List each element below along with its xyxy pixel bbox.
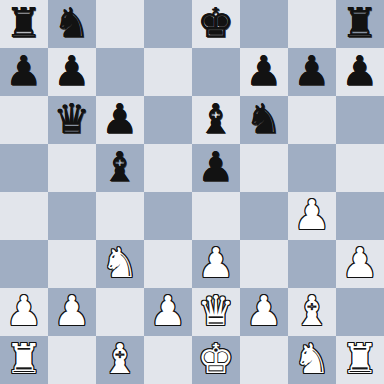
square-c6[interactable]: ♟: [96, 96, 144, 144]
square-g6[interactable]: [288, 96, 336, 144]
square-c2[interactable]: [96, 288, 144, 336]
square-b1[interactable]: [48, 336, 96, 384]
white-pawn[interactable]: ♟: [6, 288, 43, 335]
black-bishop[interactable]: ♝: [102, 144, 139, 191]
square-a3[interactable]: [0, 240, 48, 288]
white-pawn[interactable]: ♟: [54, 288, 91, 335]
square-a6[interactable]: [0, 96, 48, 144]
square-a8[interactable]: ♜: [0, 0, 48, 48]
black-knight[interactable]: ♞: [54, 0, 91, 47]
square-h6[interactable]: [336, 96, 384, 144]
square-e8[interactable]: ♚: [192, 0, 240, 48]
square-c8[interactable]: [96, 0, 144, 48]
square-a1[interactable]: ♜: [0, 336, 48, 384]
black-pawn[interactable]: ♟: [102, 96, 139, 143]
white-rook[interactable]: ♜: [6, 336, 43, 383]
square-d8[interactable]: [144, 0, 192, 48]
white-pawn[interactable]: ♟: [150, 288, 187, 335]
square-d7[interactable]: [144, 48, 192, 96]
square-e1[interactable]: ♚: [192, 336, 240, 384]
square-h5[interactable]: [336, 144, 384, 192]
black-rook[interactable]: ♜: [6, 0, 43, 47]
square-g2[interactable]: ♝: [288, 288, 336, 336]
black-pawn[interactable]: ♟: [246, 48, 283, 95]
black-pawn[interactable]: ♟: [54, 48, 91, 95]
square-f5[interactable]: [240, 144, 288, 192]
square-e7[interactable]: [192, 48, 240, 96]
white-bishop[interactable]: ♝: [102, 336, 139, 383]
black-knight[interactable]: ♞: [246, 96, 283, 143]
square-d6[interactable]: [144, 96, 192, 144]
square-d2[interactable]: ♟: [144, 288, 192, 336]
black-pawn[interactable]: ♟: [294, 48, 331, 95]
square-e3[interactable]: ♟: [192, 240, 240, 288]
white-knight[interactable]: ♞: [102, 240, 139, 287]
square-g5[interactable]: [288, 144, 336, 192]
square-d5[interactable]: [144, 144, 192, 192]
square-b3[interactable]: [48, 240, 96, 288]
square-g3[interactable]: [288, 240, 336, 288]
black-bishop[interactable]: ♝: [198, 96, 235, 143]
square-b4[interactable]: [48, 192, 96, 240]
square-c5[interactable]: ♝: [96, 144, 144, 192]
black-pawn[interactable]: ♟: [6, 48, 43, 95]
square-f8[interactable]: [240, 0, 288, 48]
square-f1[interactable]: [240, 336, 288, 384]
square-f2[interactable]: ♟: [240, 288, 288, 336]
white-pawn[interactable]: ♟: [294, 192, 331, 239]
square-b2[interactable]: ♟: [48, 288, 96, 336]
square-h8[interactable]: ♜: [336, 0, 384, 48]
square-a4[interactable]: [0, 192, 48, 240]
black-queen[interactable]: ♛: [54, 96, 91, 143]
square-c3[interactable]: ♞: [96, 240, 144, 288]
black-king[interactable]: ♚: [198, 0, 235, 47]
square-e2[interactable]: ♛: [192, 288, 240, 336]
square-b6[interactable]: ♛: [48, 96, 96, 144]
chess-board: ♜♞♚♜♟♟♟♟♟♛♟♝♞♝♟♟♞♟♟♟♟♟♛♟♝♜♝♚♞♜: [0, 0, 384, 384]
square-f6[interactable]: ♞: [240, 96, 288, 144]
square-c7[interactable]: [96, 48, 144, 96]
square-c4[interactable]: [96, 192, 144, 240]
white-pawn[interactable]: ♟: [246, 288, 283, 335]
square-h7[interactable]: ♟: [336, 48, 384, 96]
square-b5[interactable]: [48, 144, 96, 192]
square-g7[interactable]: ♟: [288, 48, 336, 96]
white-king[interactable]: ♚: [198, 336, 235, 383]
square-e6[interactable]: ♝: [192, 96, 240, 144]
square-g4[interactable]: ♟: [288, 192, 336, 240]
square-b7[interactable]: ♟: [48, 48, 96, 96]
white-queen[interactable]: ♛: [198, 288, 235, 335]
square-h4[interactable]: [336, 192, 384, 240]
square-a7[interactable]: ♟: [0, 48, 48, 96]
square-d1[interactable]: [144, 336, 192, 384]
black-rook[interactable]: ♜: [342, 0, 379, 47]
square-f7[interactable]: ♟: [240, 48, 288, 96]
black-pawn[interactable]: ♟: [198, 144, 235, 191]
square-g1[interactable]: ♞: [288, 336, 336, 384]
square-a2[interactable]: ♟: [0, 288, 48, 336]
square-h2[interactable]: [336, 288, 384, 336]
square-f3[interactable]: [240, 240, 288, 288]
black-pawn[interactable]: ♟: [342, 48, 379, 95]
square-f4[interactable]: [240, 192, 288, 240]
square-e4[interactable]: [192, 192, 240, 240]
white-pawn[interactable]: ♟: [198, 240, 235, 287]
square-h1[interactable]: ♜: [336, 336, 384, 384]
white-bishop[interactable]: ♝: [294, 288, 331, 335]
white-rook[interactable]: ♜: [342, 336, 379, 383]
square-e5[interactable]: ♟: [192, 144, 240, 192]
square-b8[interactable]: ♞: [48, 0, 96, 48]
square-h3[interactable]: ♟: [336, 240, 384, 288]
square-a5[interactable]: [0, 144, 48, 192]
white-knight[interactable]: ♞: [294, 336, 331, 383]
square-c1[interactable]: ♝: [96, 336, 144, 384]
square-d4[interactable]: [144, 192, 192, 240]
square-g8[interactable]: [288, 0, 336, 48]
white-pawn[interactable]: ♟: [342, 240, 379, 287]
square-d3[interactable]: [144, 240, 192, 288]
